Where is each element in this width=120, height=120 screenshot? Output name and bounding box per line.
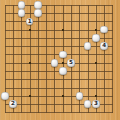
hoshi-dot xyxy=(95,95,97,97)
white-stone[interactable] xyxy=(1,92,9,100)
white-stone[interactable] xyxy=(34,1,42,9)
white-stone[interactable] xyxy=(100,26,108,34)
grid-line-vertical xyxy=(38,5,39,114)
hoshi-dot xyxy=(29,95,31,97)
hoshi-dot xyxy=(95,62,97,64)
grid-line-vertical xyxy=(104,5,105,114)
stone-move-number: 2 xyxy=(11,102,15,108)
go-board[interactable]: 14523 xyxy=(0,0,120,120)
hoshi-dot xyxy=(62,62,64,64)
white-stone[interactable] xyxy=(18,1,26,9)
stone-move-number: 4 xyxy=(102,44,106,50)
grid-line-vertical xyxy=(46,5,47,114)
white-stone[interactable] xyxy=(92,34,100,42)
stone-move-number: 5 xyxy=(69,60,73,66)
white-stone[interactable] xyxy=(34,9,42,17)
grid-line-vertical xyxy=(88,5,89,114)
grid-line-horizontal xyxy=(5,46,114,47)
white-stone[interactable] xyxy=(84,42,92,50)
grid-line-vertical xyxy=(112,5,113,114)
numbered-white-stone[interactable]: 4 xyxy=(100,42,108,50)
grid-line-horizontal xyxy=(5,112,114,113)
hoshi-dot xyxy=(62,29,64,31)
hoshi-dot xyxy=(29,62,31,64)
white-stone[interactable] xyxy=(84,100,92,108)
numbered-white-stone[interactable]: 1 xyxy=(26,18,34,26)
grid-line-vertical xyxy=(21,5,22,114)
grid-line-horizontal xyxy=(5,79,114,80)
hoshi-dot xyxy=(29,29,31,31)
hoshi-dot xyxy=(62,95,64,97)
white-stone[interactable] xyxy=(51,59,59,67)
white-stone[interactable] xyxy=(18,9,26,17)
white-stone[interactable] xyxy=(59,67,67,75)
stone-move-number: 1 xyxy=(28,19,32,25)
grid-line-horizontal xyxy=(5,88,114,89)
numbered-white-stone[interactable]: 2 xyxy=(9,100,17,108)
white-stone[interactable] xyxy=(76,92,84,100)
white-stone[interactable] xyxy=(59,51,67,59)
numbered-white-stone[interactable]: 3 xyxy=(92,100,100,108)
numbered-white-stone[interactable]: 5 xyxy=(67,59,75,67)
hoshi-dot xyxy=(95,29,97,31)
stone-move-number: 3 xyxy=(94,102,98,108)
